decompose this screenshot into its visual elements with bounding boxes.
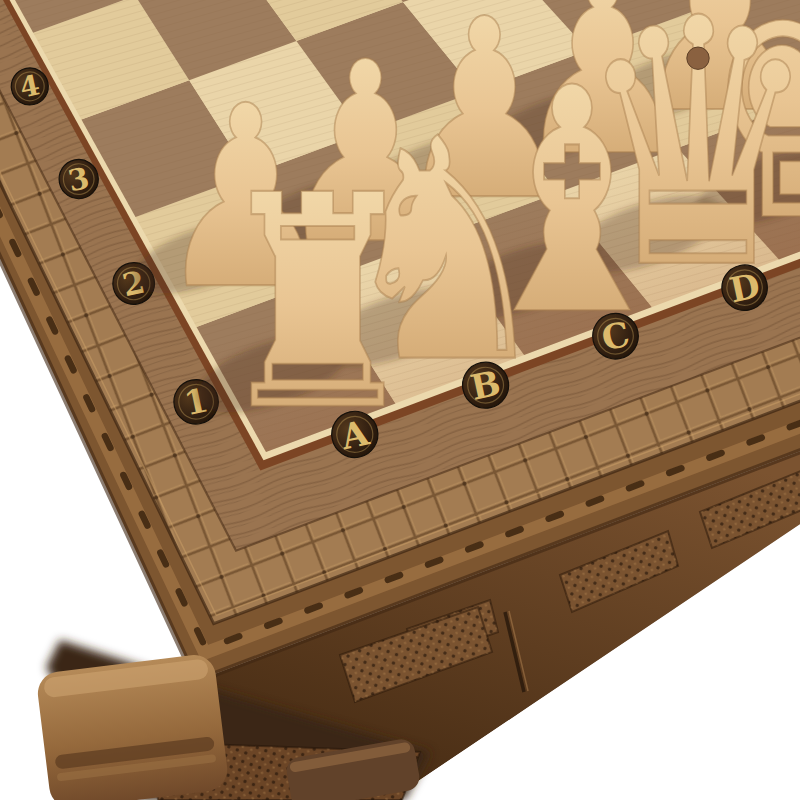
chess-table-photo: Handcrafted carved walnut chess table, o… — [0, 0, 800, 800]
scene: Handcrafted carved walnut chess table, o… — [0, 0, 800, 800]
table-leg-front — [35, 653, 229, 800]
queen-finial-ball — [687, 47, 709, 69]
piece-white-rook-a1[interactable]: ♜ — [212, 133, 423, 475]
